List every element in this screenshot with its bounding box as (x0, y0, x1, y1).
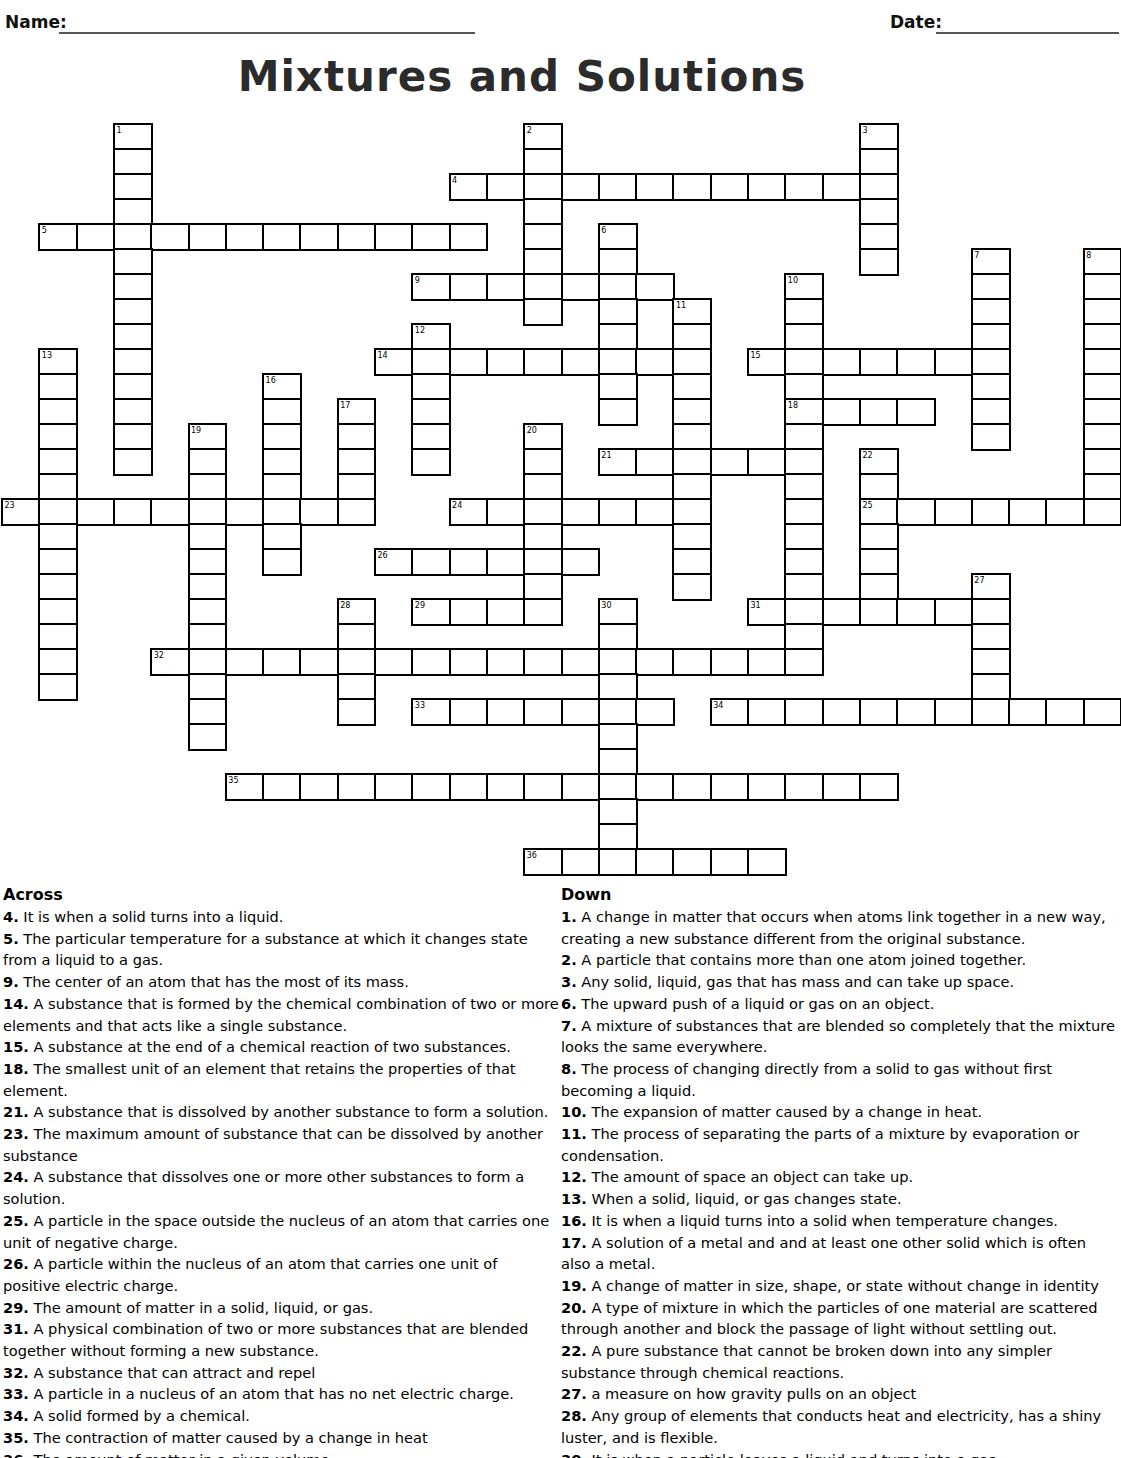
grid-cell-r23c25[interactable] (934, 698, 974, 726)
grid-cell-r14c29[interactable] (1083, 473, 1121, 501)
grid-cell-r15c16[interactable] (598, 498, 638, 526)
grid-cell-r11c7[interactable] (262, 398, 302, 426)
grid-cell-r15c8[interactable] (299, 498, 339, 526)
grid-cell-r19c24[interactable] (896, 598, 936, 626)
grid-cell-r15c29[interactable] (1083, 498, 1121, 526)
grid-cell-r12c1[interactable] (38, 423, 78, 451)
grid-cell-r8c21[interactable] (784, 323, 824, 351)
grid-cell-r19c1[interactable] (38, 598, 78, 626)
grid-cell-r5c29[interactable]: 8 (1083, 248, 1121, 276)
grid-cell-r12c21[interactable] (784, 423, 824, 451)
grid-cell-r15c4[interactable] (150, 498, 190, 526)
grid-cell-r0c14[interactable]: 2 (523, 123, 563, 151)
grid-cell-r7c29[interactable] (1083, 298, 1121, 326)
grid-cell-r21c18[interactable] (672, 648, 712, 676)
grid-cell-r15c17[interactable] (635, 498, 675, 526)
grid-cell-r14c23[interactable] (859, 473, 899, 501)
grid-cell-r15c5[interactable] (188, 498, 228, 526)
grid-cell-r14c14[interactable] (523, 473, 563, 501)
grid-cell-r21c8[interactable] (299, 648, 339, 676)
grid-cell-r13c9[interactable] (337, 448, 377, 476)
grid-cell-r6c13[interactable] (486, 273, 526, 301)
grid-cell-r20c16[interactable] (598, 623, 638, 651)
grid-cell-r26c13[interactable] (486, 773, 526, 801)
grid-cell-r15c2[interactable] (76, 498, 116, 526)
grid-cell-r2c19[interactable] (710, 173, 750, 201)
grid-cell-r14c18[interactable] (672, 473, 712, 501)
grid-cell-r17c5[interactable] (188, 548, 228, 576)
grid-cell-r11c18[interactable] (672, 398, 712, 426)
grid-cell-r5c23[interactable] (859, 248, 899, 276)
grid-cell-r15c28[interactable] (1045, 498, 1085, 526)
grid-cell-r12c7[interactable] (262, 423, 302, 451)
grid-cell-r9c29[interactable] (1083, 348, 1121, 376)
grid-cell-r5c16[interactable] (598, 248, 638, 276)
grid-cell-r21c19[interactable] (710, 648, 750, 676)
grid-cell-r8c11[interactable]: 12 (411, 323, 451, 351)
grid-cell-r11c21[interactable]: 18 (784, 398, 824, 426)
grid-cell-r9c22[interactable] (822, 348, 862, 376)
grid-cell-r6c21[interactable]: 10 (784, 273, 824, 301)
down-clue-27-number: 27. (561, 1385, 587, 1402)
grid-cell-r21c11[interactable] (411, 648, 451, 676)
grid-cell-r21c15[interactable] (561, 648, 601, 676)
grid-cell-r15c1[interactable] (38, 498, 78, 526)
grid-cell-r15c0[interactable]: 23 (1, 498, 41, 526)
grid-cell-r11c22[interactable] (822, 398, 862, 426)
grid-cell-r21c26[interactable] (971, 648, 1011, 676)
grid-cell-r18c14[interactable] (523, 573, 563, 601)
grid-cell-r17c14[interactable] (523, 548, 563, 576)
grid-cell-r16c1[interactable] (38, 523, 78, 551)
grid-cell-r13c7[interactable] (262, 448, 302, 476)
grid-cell-r26c20[interactable] (747, 773, 787, 801)
grid-cell-r17c10[interactable]: 26 (374, 548, 414, 576)
grid-cell-r11c16[interactable] (598, 398, 638, 426)
grid-cell-r9c12[interactable] (449, 348, 489, 376)
grid-cell-r29c16[interactable] (598, 848, 638, 876)
grid-cell-r13c21[interactable] (784, 448, 824, 476)
grid-cell-r19c14[interactable] (523, 598, 563, 626)
grid-cell-r9c16[interactable] (598, 348, 638, 376)
grid-cell-r4c10[interactable] (374, 223, 414, 251)
grid-cell-r15c26[interactable] (971, 498, 1011, 526)
grid-cell-r22c16[interactable] (598, 673, 638, 701)
grid-cell-r9c10[interactable]: 14 (374, 348, 414, 376)
grid-cell-r18c23[interactable] (859, 573, 899, 601)
grid-cell-r21c20[interactable] (747, 648, 787, 676)
grid-cell-r15c23[interactable]: 25 (859, 498, 899, 526)
grid-cell-r18c5[interactable] (188, 573, 228, 601)
grid-cell-r15c12[interactable]: 24 (449, 498, 489, 526)
grid-cell-r6c29[interactable] (1083, 273, 1121, 301)
grid-cell-r14c9[interactable] (337, 473, 377, 501)
grid-cell-r15c21[interactable] (784, 498, 824, 526)
grid-cell-r17c1[interactable] (38, 548, 78, 576)
grid-cell-r2c14[interactable] (523, 173, 563, 201)
grid-cell-r17c15[interactable] (561, 548, 601, 576)
grid-cell-r16c21[interactable] (784, 523, 824, 551)
across-clue-33: 33. A particle in a nucleus of an atom t… (3, 1383, 559, 1405)
grid-cell-r13c14[interactable] (523, 448, 563, 476)
grid-cell-r9c24[interactable] (896, 348, 936, 376)
grid-cell-r26c15[interactable] (561, 773, 601, 801)
grid-cell-r26c23[interactable] (859, 773, 899, 801)
grid-cell-r13c20[interactable] (747, 448, 787, 476)
grid-cell-r15c13[interactable] (486, 498, 526, 526)
grid-cell-r6c12[interactable] (449, 273, 489, 301)
grid-cell-r15c3[interactable] (113, 498, 153, 526)
grid-cell-r9c26[interactable] (971, 348, 1011, 376)
grid-cell-r0c23[interactable]: 3 (859, 123, 899, 151)
grid-cell-r21c9[interactable] (337, 648, 377, 676)
grid-cell-r2c17[interactable] (635, 173, 675, 201)
grid-cell-r4c14[interactable] (523, 223, 563, 251)
grid-cell-r8c29[interactable] (1083, 323, 1121, 351)
grid-cell-r19c16[interactable]: 30 (598, 598, 638, 626)
grid-cell-r15c27[interactable] (1008, 498, 1048, 526)
grid-cell-r7c3[interactable] (113, 298, 153, 326)
grid-cell-r13c29[interactable] (1083, 448, 1121, 476)
grid-cell-r18c26[interactable]: 27 (971, 573, 1011, 601)
grid-cell-r12c14[interactable]: 20 (523, 423, 563, 451)
grid-cell-r21c4[interactable]: 32 (150, 648, 190, 676)
grid-cell-r19c23[interactable] (859, 598, 899, 626)
grid-cell-r10c21[interactable] (784, 373, 824, 401)
grid-cell-r4c16[interactable]: 6 (598, 223, 638, 251)
grid-cell-r4c23[interactable] (859, 223, 899, 251)
grid-cell-r29c20[interactable] (747, 848, 787, 876)
grid-cell-r18c18[interactable] (672, 573, 712, 601)
grid-cell-r15c18[interactable] (672, 498, 712, 526)
clue-number-6: 6 (601, 226, 606, 235)
grid-cell-r8c18[interactable] (672, 323, 712, 351)
grid-cell-r16c5[interactable] (188, 523, 228, 551)
grid-cell-r19c20[interactable]: 31 (747, 598, 787, 626)
grid-cell-r26c21[interactable] (784, 773, 824, 801)
grid-cell-r29c18[interactable] (672, 848, 712, 876)
grid-cell-r9c14[interactable] (523, 348, 563, 376)
grid-cell-r21c14[interactable] (523, 648, 563, 676)
grid-cell-r5c3[interactable] (113, 248, 153, 276)
grid-cell-r6c3[interactable] (113, 273, 153, 301)
grid-cell-r21c13[interactable] (486, 648, 526, 676)
grid-cell-r15c9[interactable] (337, 498, 377, 526)
grid-cell-r22c26[interactable] (971, 673, 1011, 701)
grid-cell-r3c3[interactable] (113, 198, 153, 226)
grid-cell-r4c5[interactable] (188, 223, 228, 251)
grid-cell-r3c14[interactable] (523, 198, 563, 226)
grid-cell-r14c21[interactable] (784, 473, 824, 501)
grid-cell-r4c12[interactable] (449, 223, 489, 251)
grid-cell-r23c22[interactable] (822, 698, 862, 726)
grid-cell-r15c6[interactable] (225, 498, 265, 526)
grid-cell-r23c28[interactable] (1045, 698, 1085, 726)
grid-cell-r9c23[interactable] (859, 348, 899, 376)
grid-cell-r15c25[interactable] (934, 498, 974, 526)
grid-cell-r19c26[interactable] (971, 598, 1011, 626)
grid-cell-r12c5[interactable]: 19 (188, 423, 228, 451)
grid-cell-r3c23[interactable] (859, 198, 899, 226)
grid-cell-r23c13[interactable] (486, 698, 526, 726)
grid-cell-r13c5[interactable] (188, 448, 228, 476)
grid-cell-r4c1[interactable]: 5 (38, 223, 78, 251)
grid-cell-r13c3[interactable] (113, 448, 153, 476)
grid-cell-r12c3[interactable] (113, 423, 153, 451)
grid-cell-r15c15[interactable] (561, 498, 601, 526)
grid-cell-r21c21[interactable] (784, 648, 824, 676)
grid-cell-r26c7[interactable] (262, 773, 302, 801)
grid-cell-r23c29[interactable] (1083, 698, 1121, 726)
grid-cell-r11c3[interactable] (113, 398, 153, 426)
grid-cell-r23c16[interactable] (598, 698, 638, 726)
grid-cell-r13c17[interactable] (635, 448, 675, 476)
grid-cell-r23c12[interactable] (449, 698, 489, 726)
grid-cell-r25c16[interactable] (598, 748, 638, 776)
grid-cell-r8c26[interactable] (971, 323, 1011, 351)
grid-cell-r9c13[interactable] (486, 348, 526, 376)
grid-cell-r14c5[interactable] (188, 473, 228, 501)
grid-cell-r17c18[interactable] (672, 548, 712, 576)
grid-cell-r23c26[interactable] (971, 698, 1011, 726)
grid-cell-r11c29[interactable] (1083, 398, 1121, 426)
grid-cell-r22c9[interactable] (337, 673, 377, 701)
grid-cell-r29c15[interactable] (561, 848, 601, 876)
grid-cell-r10c1[interactable] (38, 373, 78, 401)
date-input-line[interactable] (936, 14, 1119, 34)
name-input-line[interactable] (59, 14, 475, 34)
grid-cell-r6c17[interactable] (635, 273, 675, 301)
grid-cell-r5c26[interactable]: 7 (971, 248, 1011, 276)
grid-cell-r26c9[interactable] (337, 773, 377, 801)
grid-cell-r19c11[interactable]: 29 (411, 598, 451, 626)
grid-cell-r10c7[interactable]: 16 (262, 373, 302, 401)
grid-cell-r11c11[interactable] (411, 398, 451, 426)
grid-cell-r26c14[interactable] (523, 773, 563, 801)
grid-cell-r17c21[interactable] (784, 548, 824, 576)
grid-cell-r23c9[interactable] (337, 698, 377, 726)
grid-cell-r24c16[interactable] (598, 723, 638, 751)
grid-cell-r7c26[interactable] (971, 298, 1011, 326)
grid-cell-r2c22[interactable] (822, 173, 862, 201)
grid-cell-r17c12[interactable] (449, 548, 489, 576)
down-heading: Down (561, 884, 1119, 906)
grid-cell-r11c9[interactable]: 17 (337, 398, 377, 426)
grid-cell-r23c11[interactable]: 33 (411, 698, 451, 726)
grid-cell-r23c24[interactable] (896, 698, 936, 726)
grid-cell-r21c12[interactable] (449, 648, 489, 676)
grid-cell-r7c18[interactable]: 11 (672, 298, 712, 326)
grid-cell-r17c13[interactable] (486, 548, 526, 576)
grid-cell-r19c9[interactable]: 28 (337, 598, 377, 626)
grid-cell-r28c16[interactable] (598, 823, 638, 851)
grid-cell-r6c11[interactable]: 9 (411, 273, 451, 301)
grid-cell-r2c18[interactable] (672, 173, 712, 201)
grid-cell-r9c17[interactable] (635, 348, 675, 376)
grid-cell-r13c1[interactable] (38, 448, 78, 476)
grid-cell-r10c26[interactable] (971, 373, 1011, 401)
grid-cell-r26c12[interactable] (449, 773, 489, 801)
grid-cell-r1c3[interactable] (113, 148, 153, 176)
grid-cell-r16c7[interactable] (262, 523, 302, 551)
grid-cell-r6c26[interactable] (971, 273, 1011, 301)
grid-cell-r1c23[interactable] (859, 148, 899, 176)
grid-cell-r20c26[interactable] (971, 623, 1011, 651)
grid-cell-r21c1[interactable] (38, 648, 78, 676)
grid-cell-r13c18[interactable] (672, 448, 712, 476)
grid-cell-r4c4[interactable] (150, 223, 190, 251)
grid-cell-r22c5[interactable] (188, 673, 228, 701)
grid-cell-r0c3[interactable]: 1 (113, 123, 153, 151)
grid-cell-r2c3[interactable] (113, 173, 153, 201)
grid-cell-r26c18[interactable] (672, 773, 712, 801)
grid-cell-r20c5[interactable] (188, 623, 228, 651)
grid-cell-r16c23[interactable] (859, 523, 899, 551)
grid-cell-r2c12[interactable]: 4 (449, 173, 489, 201)
grid-cell-r2c23[interactable] (859, 173, 899, 201)
grid-cell-r10c29[interactable] (1083, 373, 1121, 401)
grid-cell-r2c15[interactable] (561, 173, 601, 201)
grid-cell-r11c24[interactable] (896, 398, 936, 426)
grid-cell-r14c1[interactable] (38, 473, 78, 501)
grid-cell-r12c29[interactable] (1083, 423, 1121, 451)
grid-cell-r16c14[interactable] (523, 523, 563, 551)
grid-cell-r13c11[interactable] (411, 448, 451, 476)
grid-cell-r21c5[interactable] (188, 648, 228, 676)
grid-cell-r19c12[interactable] (449, 598, 489, 626)
grid-cell-r12c11[interactable] (411, 423, 451, 451)
grid-cell-r12c9[interactable] (337, 423, 377, 451)
grid-cell-r4c9[interactable] (337, 223, 377, 251)
grid-cell-r2c16[interactable] (598, 173, 638, 201)
grid-cell-r18c21[interactable] (784, 573, 824, 601)
grid-cell-r23c27[interactable] (1008, 698, 1048, 726)
grid-cell-r29c14[interactable]: 36 (523, 848, 563, 876)
grid-cell-r23c14[interactable] (523, 698, 563, 726)
grid-cell-r23c21[interactable] (784, 698, 824, 726)
grid-cell-r10c16[interactable] (598, 373, 638, 401)
grid-cell-r16c18[interactable] (672, 523, 712, 551)
grid-cell-r26c22[interactable] (822, 773, 862, 801)
grid-cell-r17c11[interactable] (411, 548, 451, 576)
grid-cell-r11c1[interactable] (38, 398, 78, 426)
grid-cell-r13c23[interactable]: 22 (859, 448, 899, 476)
grid-cell-r13c16[interactable]: 21 (598, 448, 638, 476)
grid-cell-r21c7[interactable] (262, 648, 302, 676)
grid-cell-r23c5[interactable] (188, 698, 228, 726)
grid-cell-r4c3[interactable] (113, 223, 153, 251)
grid-cell-r6c16[interactable] (598, 273, 638, 301)
grid-cell-r23c23[interactable] (859, 698, 899, 726)
grid-cell-r4c2[interactable] (76, 223, 116, 251)
grid-cell-r8c16[interactable] (598, 323, 638, 351)
grid-cell-r9c11[interactable] (411, 348, 451, 376)
grid-cell-r23c20[interactable] (747, 698, 787, 726)
grid-cell-r10c3[interactable] (113, 373, 153, 401)
grid-cell-r9c1[interactable]: 13 (38, 348, 78, 376)
grid-cell-r19c22[interactable] (822, 598, 862, 626)
grid-cell-r17c7[interactable] (262, 548, 302, 576)
grid-cell-r10c18[interactable] (672, 373, 712, 401)
grid-cell-r4c11[interactable] (411, 223, 451, 251)
grid-cell-r17c23[interactable] (859, 548, 899, 576)
grid-cell-r26c10[interactable] (374, 773, 414, 801)
grid-cell-r6c15[interactable] (561, 273, 601, 301)
grid-cell-r24c5[interactable] (188, 723, 228, 751)
grid-cell-r21c16[interactable] (598, 648, 638, 676)
grid-cell-r2c20[interactable] (747, 173, 787, 201)
grid-cell-r20c21[interactable] (784, 623, 824, 651)
grid-cell-r26c19[interactable] (710, 773, 750, 801)
grid-cell-r12c26[interactable] (971, 423, 1011, 451)
grid-cell-r12c18[interactable] (672, 423, 712, 451)
grid-cell-r27c16[interactable] (598, 798, 638, 826)
grid-cell-r19c13[interactable] (486, 598, 526, 626)
grid-cell-r2c21[interactable] (784, 173, 824, 201)
grid-cell-r2c13[interactable] (486, 173, 526, 201)
grid-cell-r21c6[interactable] (225, 648, 265, 676)
grid-cell-r9c25[interactable] (934, 348, 974, 376)
grid-cell-r20c1[interactable] (38, 623, 78, 651)
grid-cell-r23c17[interactable] (635, 698, 675, 726)
grid-cell-r15c14[interactable] (523, 498, 563, 526)
grid-cell-r4c6[interactable] (225, 223, 265, 251)
grid-cell-r5c14[interactable] (523, 248, 563, 276)
grid-cell-r9c20[interactable]: 15 (747, 348, 787, 376)
grid-cell-r9c21[interactable] (784, 348, 824, 376)
grid-cell-r4c7[interactable] (262, 223, 302, 251)
grid-cell-r21c10[interactable] (374, 648, 414, 676)
grid-cell-r26c6[interactable]: 35 (225, 773, 265, 801)
grid-cell-r26c8[interactable] (299, 773, 339, 801)
grid-cell-r6c14[interactable] (523, 273, 563, 301)
grid-cell-r23c19[interactable]: 34 (710, 698, 750, 726)
grid-cell-r1c14[interactable] (523, 148, 563, 176)
grid-cell-r10c11[interactable] (411, 373, 451, 401)
grid-cell-r11c26[interactable] (971, 398, 1011, 426)
grid-cell-r29c19[interactable] (710, 848, 750, 876)
grid-cell-r26c16[interactable] (598, 773, 638, 801)
grid-cell-r23c15[interactable] (561, 698, 601, 726)
grid-cell-r26c11[interactable] (411, 773, 451, 801)
grid-cell-r21c17[interactable] (635, 648, 675, 676)
down-clue-13-text: When a solid, liquid, or gas changes sta… (587, 1190, 902, 1207)
grid-cell-r11c23[interactable] (859, 398, 899, 426)
down-clue-11-text: The process of separating the parts of a… (561, 1125, 1079, 1164)
grid-cell-r20c9[interactable] (337, 623, 377, 651)
grid-cell-r9c18[interactable] (672, 348, 712, 376)
grid-cell-r7c14[interactable] (523, 298, 563, 326)
grid-cell-r18c1[interactable] (38, 573, 78, 601)
grid-cell-r29c17[interactable] (635, 848, 675, 876)
grid-cell-r15c24[interactable] (896, 498, 936, 526)
grid-cell-r19c5[interactable] (188, 598, 228, 626)
grid-cell-r13c19[interactable] (710, 448, 750, 476)
grid-cell-r22c1[interactable] (38, 673, 78, 701)
grid-cell-r14c7[interactable] (262, 473, 302, 501)
grid-cell-r8c3[interactable] (113, 323, 153, 351)
grid-cell-r19c25[interactable] (934, 598, 974, 626)
grid-cell-r15c7[interactable] (262, 498, 302, 526)
grid-cell-r7c16[interactable] (598, 298, 638, 326)
grid-cell-r9c3[interactable] (113, 348, 153, 376)
grid-cell-r19c21[interactable] (784, 598, 824, 626)
across-clue-list: 4. It is when a solid turns into a liqui… (3, 906, 559, 1458)
grid-cell-r26c17[interactable] (635, 773, 675, 801)
grid-cell-r4c8[interactable] (299, 223, 339, 251)
grid-cell-r9c15[interactable] (561, 348, 601, 376)
grid-cell-r7c21[interactable] (784, 298, 824, 326)
